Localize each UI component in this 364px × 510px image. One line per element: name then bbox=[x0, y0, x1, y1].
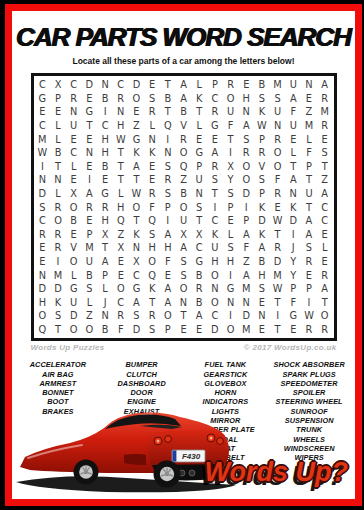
page: CAR PARTS WORD SEARCH Locate all these p… bbox=[5, 4, 362, 506]
grid-cell: C bbox=[66, 78, 82, 92]
grid-cell: L bbox=[191, 78, 207, 92]
grid-cell: E bbox=[66, 173, 82, 187]
grid-cell: I bbox=[82, 173, 98, 187]
grid-cell: P bbox=[223, 200, 239, 214]
grid-cell: Y bbox=[285, 268, 301, 282]
footer-credit-right: © 2017 WordsUp.co.uk bbox=[244, 343, 337, 352]
grid-cell: W bbox=[301, 309, 317, 323]
grid-cell: H bbox=[113, 119, 129, 133]
grid-cell: K bbox=[129, 228, 145, 242]
grid-cell: U bbox=[285, 119, 301, 133]
grid-cell: N bbox=[270, 119, 286, 133]
grid-cell: F bbox=[238, 241, 254, 255]
grid-cell: S bbox=[317, 146, 333, 160]
grid-cell: L bbox=[113, 187, 129, 201]
grid-cell: X bbox=[191, 228, 207, 242]
grid-cell: B bbox=[97, 323, 113, 337]
grid-cell: M bbox=[301, 119, 317, 133]
grid-cell: V bbox=[254, 160, 270, 174]
grid-cell: L bbox=[285, 146, 301, 160]
grid-cell: A bbox=[129, 296, 145, 310]
grid-cell: X bbox=[97, 228, 113, 242]
grid-cell: M bbox=[270, 268, 286, 282]
word-item: STEERING WHEEL bbox=[267, 397, 351, 406]
grid-cell: Q bbox=[144, 214, 160, 228]
grid-cell: O bbox=[35, 309, 51, 323]
grid-cell: O bbox=[223, 92, 239, 106]
grid-cell: L bbox=[50, 119, 66, 133]
grid-cell: D bbox=[129, 323, 145, 337]
grid-cell: C bbox=[66, 146, 82, 160]
grid-cell: E bbox=[35, 241, 51, 255]
grid-cell: H bbox=[97, 132, 113, 146]
grid-cell: L bbox=[144, 119, 160, 133]
grid-cell: A bbox=[238, 119, 254, 133]
grid-cell: T bbox=[270, 228, 286, 242]
grid-cell: T bbox=[97, 241, 113, 255]
grid-cell: R bbox=[301, 323, 317, 337]
grid-cell: N bbox=[301, 78, 317, 92]
grid-cell: O bbox=[66, 200, 82, 214]
grid-cell: O bbox=[144, 255, 160, 269]
grid-cell: B bbox=[254, 78, 270, 92]
grid-cell: L bbox=[97, 282, 113, 296]
grid-cell: C bbox=[35, 214, 51, 228]
grid-cell: C bbox=[97, 119, 113, 133]
grid-cell: K bbox=[285, 200, 301, 214]
grid-cell: A bbox=[254, 241, 270, 255]
grid-cell: T bbox=[113, 146, 129, 160]
grid-cell: G bbox=[191, 255, 207, 269]
grid-cell: D bbox=[82, 78, 98, 92]
grid-cell: O bbox=[160, 309, 176, 323]
grid-cell: O bbox=[113, 282, 129, 296]
grid-cell: B bbox=[176, 187, 192, 201]
grid-cell: U bbox=[270, 105, 286, 119]
grid-cell: B bbox=[254, 255, 270, 269]
grid-cell: O bbox=[207, 296, 223, 310]
grid-cell: L bbox=[301, 132, 317, 146]
grid-cell: A bbox=[176, 78, 192, 92]
grid-cell: A bbox=[317, 282, 333, 296]
grid-cell: V bbox=[66, 241, 82, 255]
grid-cell: O bbox=[129, 200, 145, 214]
grid-cell: O bbox=[270, 160, 286, 174]
grid-cell: L bbox=[66, 160, 82, 174]
grid-cell: E bbox=[285, 132, 301, 146]
grid-cell: C bbox=[129, 268, 145, 282]
grid-cell: E bbox=[35, 255, 51, 269]
grid-cell: K bbox=[191, 92, 207, 106]
grid-cell: Z bbox=[129, 119, 145, 133]
grid-cell: I bbox=[160, 132, 176, 146]
grid-cell: S bbox=[238, 132, 254, 146]
grid-cell: E bbox=[144, 78, 160, 92]
grid-cell: W bbox=[35, 146, 51, 160]
grid-cell: D bbox=[50, 282, 66, 296]
grid-cell: W bbox=[254, 119, 270, 133]
grid-cell: C bbox=[113, 296, 129, 310]
grid-cell: O bbox=[270, 146, 286, 160]
grid-cell: R bbox=[35, 228, 51, 242]
grid-cell: F bbox=[144, 200, 160, 214]
grid-cell: M bbox=[50, 268, 66, 282]
grid-cell: H bbox=[35, 296, 51, 310]
grid-cell: E bbox=[82, 92, 98, 106]
grid-cell: H bbox=[160, 241, 176, 255]
grid-cell: R bbox=[317, 268, 333, 282]
grid-cell: F bbox=[160, 255, 176, 269]
plate-text: F430 bbox=[182, 452, 201, 461]
grid-cell: A bbox=[301, 214, 317, 228]
grid-cell: D bbox=[254, 214, 270, 228]
grid-cell: P bbox=[191, 160, 207, 174]
grid-cell: H bbox=[97, 214, 113, 228]
grid-cell: F bbox=[270, 173, 286, 187]
grid-cell: E bbox=[301, 92, 317, 106]
grid-cell: U bbox=[82, 255, 98, 269]
grid-cell: M bbox=[270, 78, 286, 92]
grid-cell: S bbox=[144, 92, 160, 106]
grid-cell: H bbox=[254, 268, 270, 282]
grid-cell: J bbox=[285, 241, 301, 255]
grid-cell: R bbox=[191, 282, 207, 296]
grid-cell: P bbox=[301, 282, 317, 296]
grid-cell: S bbox=[301, 241, 317, 255]
footer-credit-left: Words Up Puzzles bbox=[31, 343, 105, 352]
grid-cell: U bbox=[285, 78, 301, 92]
brand-logo: Words Up? bbox=[205, 457, 349, 488]
grid-cell: O bbox=[129, 92, 145, 106]
grid-cell: D bbox=[66, 309, 82, 323]
word-item: GLOVEBOX bbox=[184, 379, 268, 388]
grid-cell: L bbox=[66, 268, 82, 282]
grid-cell: E bbox=[66, 132, 82, 146]
grid-cell: E bbox=[254, 323, 270, 337]
word-item: CLUTCH bbox=[100, 370, 184, 379]
grid-cell: E bbox=[254, 296, 270, 310]
grid-cell: R bbox=[301, 255, 317, 269]
grid-cell: E bbox=[144, 173, 160, 187]
grid-cell: Y bbox=[223, 173, 239, 187]
grid-cell: P bbox=[97, 268, 113, 282]
grid-cell: N bbox=[113, 105, 129, 119]
grid-cell: U bbox=[176, 214, 192, 228]
grid-cell: S bbox=[207, 173, 223, 187]
grid-cell: C bbox=[113, 78, 129, 92]
grid-cell: W bbox=[129, 187, 145, 201]
grid-cell: O bbox=[317, 309, 333, 323]
grid-cell: A bbox=[191, 309, 207, 323]
grid-cell: X bbox=[176, 228, 192, 242]
grid-cell: E bbox=[176, 323, 192, 337]
grid-cell: R bbox=[160, 173, 176, 187]
word-item: SHOCK ABSORBER bbox=[267, 360, 351, 369]
grid-cell: Q bbox=[113, 214, 129, 228]
grid-cell: O bbox=[50, 214, 66, 228]
grid-cell: S bbox=[254, 173, 270, 187]
grid-cell: R bbox=[317, 92, 333, 106]
grid-cell: E bbox=[238, 78, 254, 92]
word-column-4: SHOCK ABSORBERSPARK PLUGSSPEEDOMETERSPOI… bbox=[267, 360, 351, 462]
grid-cell: C bbox=[317, 214, 333, 228]
grid-cell: H bbox=[223, 255, 239, 269]
grid-cell: A bbox=[317, 187, 333, 201]
footer: Words Up Puzzles © 2017 WordsUp.co.uk bbox=[31, 343, 337, 352]
grid-cell: I bbox=[223, 146, 239, 160]
word-item: DOOR bbox=[100, 388, 184, 397]
grid-cell: B bbox=[66, 214, 82, 228]
grid-cell: A bbox=[97, 255, 113, 269]
grid-cell: L bbox=[223, 228, 239, 242]
word-item: SPEEDOMETER bbox=[267, 379, 351, 388]
grid-cell: O bbox=[82, 323, 98, 337]
grid-cell: S bbox=[254, 282, 270, 296]
grid-cell: O bbox=[176, 200, 192, 214]
grid-cell: S bbox=[270, 92, 286, 106]
grid-cell: G bbox=[129, 282, 145, 296]
word-item: ACCELERATOR bbox=[16, 360, 100, 369]
grid-cell: O bbox=[238, 160, 254, 174]
word-item: TRUNK bbox=[267, 425, 351, 434]
grid-cell: U bbox=[301, 187, 317, 201]
grid-cell: X bbox=[113, 241, 129, 255]
grid-cell: U bbox=[191, 173, 207, 187]
grid-cell: K bbox=[50, 296, 66, 310]
grid-cell: H bbox=[207, 255, 223, 269]
grid-cell: Z bbox=[176, 173, 192, 187]
grid-cell: N bbox=[129, 241, 145, 255]
grid-cell: J bbox=[97, 296, 113, 310]
grid-cell: N bbox=[66, 105, 82, 119]
word-item: BUMPER bbox=[100, 360, 184, 369]
grid-cell: M bbox=[238, 282, 254, 296]
grid-cell: Q bbox=[176, 160, 192, 174]
grid-cell: N bbox=[50, 173, 66, 187]
grid-cell: R bbox=[144, 105, 160, 119]
grid-cell: T bbox=[113, 173, 129, 187]
grid-cell: I bbox=[35, 160, 51, 174]
grid-cell: D bbox=[207, 323, 223, 337]
word-item: GEARSTICK bbox=[184, 370, 268, 379]
grid-cell: N bbox=[35, 173, 51, 187]
grid-cell: R bbox=[144, 309, 160, 323]
grid-cell: A bbox=[238, 268, 254, 282]
grid-cell: R bbox=[144, 187, 160, 201]
grid-cell: M bbox=[82, 241, 98, 255]
grid-cell: S bbox=[223, 187, 239, 201]
word-item: SUNROOF bbox=[267, 407, 351, 416]
grid-cell: R bbox=[270, 187, 286, 201]
grid-cell: R bbox=[317, 119, 333, 133]
grid-cell: E bbox=[285, 323, 301, 337]
grid-cell: E bbox=[82, 132, 98, 146]
word-item: SUSPENSION bbox=[267, 416, 351, 425]
grid-cell: L bbox=[191, 119, 207, 133]
grid-cell: A bbox=[160, 296, 176, 310]
grid-cell: C bbox=[317, 200, 333, 214]
grid-cell: A bbox=[176, 241, 192, 255]
grid-cell: D bbox=[35, 282, 51, 296]
grid-cell: E bbox=[191, 132, 207, 146]
grid-cell: E bbox=[35, 105, 51, 119]
grid-cell: T bbox=[317, 160, 333, 174]
grid-cell: C bbox=[35, 119, 51, 133]
license-plate: F430 bbox=[172, 450, 205, 462]
grid-cell: A bbox=[301, 228, 317, 242]
grid-cell: N bbox=[191, 187, 207, 201]
grid-cell: R bbox=[50, 228, 66, 242]
grid-cell: N bbox=[97, 309, 113, 323]
grid-cell: T bbox=[160, 105, 176, 119]
grid-cell: K bbox=[254, 228, 270, 242]
grid-cell: X bbox=[50, 78, 66, 92]
grid-cell: U bbox=[66, 296, 82, 310]
grid-cell: R bbox=[223, 78, 239, 92]
grid-cell: D bbox=[270, 255, 286, 269]
grid-cell: O bbox=[176, 282, 192, 296]
grid-cell: P bbox=[207, 78, 223, 92]
grid-cell: R bbox=[113, 309, 129, 323]
grid-cell: A bbox=[129, 160, 145, 174]
grid-cell: R bbox=[82, 200, 98, 214]
grid-cell: H bbox=[113, 200, 129, 214]
grid-cell: E bbox=[113, 268, 129, 282]
grid-frame: CXCDNCDETALPREBMUNAGPREBROSBAKCOHSSAEREE… bbox=[31, 73, 337, 341]
grid-cell: A bbox=[285, 173, 301, 187]
grid-cell: A bbox=[317, 78, 333, 92]
grid-cell: S bbox=[160, 160, 176, 174]
grid-cell: T bbox=[160, 78, 176, 92]
word-item: SPOILER bbox=[267, 388, 351, 397]
grid-cell: D bbox=[238, 187, 254, 201]
grid-cell: I bbox=[223, 309, 239, 323]
grid-cell: A bbox=[285, 92, 301, 106]
grid-cell: R bbox=[207, 105, 223, 119]
grid-cell: E bbox=[317, 255, 333, 269]
grid-cell: B bbox=[50, 146, 66, 160]
grid-cell: G bbox=[66, 282, 82, 296]
grid-cell: F bbox=[285, 296, 301, 310]
grid-cell: G bbox=[285, 309, 301, 323]
grid-cell: P bbox=[50, 92, 66, 106]
grid-cell: R bbox=[238, 146, 254, 160]
grid-cell: P bbox=[160, 323, 176, 337]
grid-cell: O bbox=[66, 323, 82, 337]
grid-cell: O bbox=[207, 268, 223, 282]
grid-cell: L bbox=[50, 132, 66, 146]
grid-cell: A bbox=[82, 187, 98, 201]
grid-cell: C bbox=[191, 241, 207, 255]
word-item: WINDSCREEN bbox=[267, 444, 351, 453]
grid-cell: G bbox=[129, 132, 145, 146]
grid-cell: N bbox=[238, 296, 254, 310]
word-item: AIR BAG bbox=[16, 370, 100, 379]
grid-cell: D bbox=[129, 78, 145, 92]
grid-cell: R bbox=[50, 241, 66, 255]
grid-cell: R bbox=[66, 92, 82, 106]
grid-cell: E bbox=[144, 160, 160, 174]
grid-cell: L bbox=[82, 296, 98, 310]
grid-cell: P bbox=[238, 214, 254, 228]
grid-cell: T bbox=[50, 323, 66, 337]
grid-cell: D bbox=[285, 214, 301, 228]
grid-cell: P bbox=[82, 228, 98, 242]
grid-cell: E bbox=[301, 268, 317, 282]
grid-cell: U bbox=[66, 119, 82, 133]
grid-cell: S bbox=[50, 309, 66, 323]
grid-cell: T bbox=[113, 160, 129, 174]
grid-cell: N bbox=[238, 105, 254, 119]
grid-cell: F bbox=[113, 323, 129, 337]
grid-cell: E bbox=[317, 228, 333, 242]
grid-cell: E bbox=[50, 105, 66, 119]
grid-cell: K bbox=[254, 105, 270, 119]
grid-cell: W bbox=[270, 214, 286, 228]
grid-cell: E bbox=[160, 268, 176, 282]
grid-cell: T bbox=[223, 132, 239, 146]
grid-cell: G bbox=[223, 282, 239, 296]
grid-cell: N bbox=[176, 296, 192, 310]
grid-cell: C bbox=[35, 78, 51, 92]
grid-cell: R bbox=[176, 132, 192, 146]
grid-cell: E bbox=[207, 132, 223, 146]
grid-cell: C bbox=[207, 92, 223, 106]
grid-cell: T bbox=[301, 200, 317, 214]
grid-cell: K bbox=[207, 228, 223, 242]
word-item: ARMREST bbox=[16, 379, 100, 388]
grid-cell: D bbox=[238, 309, 254, 323]
grid-cell: Q bbox=[160, 119, 176, 133]
grid-cell: I bbox=[160, 214, 176, 228]
grid-cell: E bbox=[97, 173, 113, 187]
grid-cell: S bbox=[191, 200, 207, 214]
grid-cell: G bbox=[82, 105, 98, 119]
grid-cell: Z bbox=[82, 309, 98, 323]
grid-cell: R bbox=[270, 241, 286, 255]
grid-cell: B bbox=[176, 105, 192, 119]
grid-cell: T bbox=[270, 296, 286, 310]
grid-cell: L bbox=[317, 241, 333, 255]
grid-cell: H bbox=[238, 92, 254, 106]
grid-cell: N bbox=[144, 132, 160, 146]
grid-cell: E bbox=[270, 200, 286, 214]
grid-cell: K bbox=[254, 200, 270, 214]
grid-cell: T bbox=[270, 323, 286, 337]
grid-cell: I bbox=[97, 105, 113, 119]
grid-cell: P bbox=[160, 200, 176, 214]
grid-cell: O bbox=[223, 323, 239, 337]
grid-cell: T bbox=[207, 187, 223, 201]
grid-cell: F bbox=[301, 146, 317, 160]
grid-cell: Z bbox=[301, 105, 317, 119]
grid-cell: B bbox=[97, 160, 113, 174]
grid-cell: T bbox=[317, 296, 333, 310]
grid-cell: R bbox=[254, 146, 270, 160]
grid-cell: C bbox=[207, 214, 223, 228]
grid-cell: T bbox=[129, 214, 145, 228]
grid-cell: W bbox=[113, 132, 129, 146]
grid-cell: A bbox=[160, 282, 176, 296]
grid-cell: N bbox=[160, 146, 176, 160]
word-item: SPARK PLUGS bbox=[267, 370, 351, 379]
grid-cell: I bbox=[238, 200, 254, 214]
grid-cell: Q bbox=[144, 268, 160, 282]
word-item: HORN bbox=[184, 388, 268, 397]
grid-cell: S bbox=[254, 92, 270, 106]
grid-cell: X bbox=[129, 255, 145, 269]
grid-cell: Y bbox=[285, 255, 301, 269]
